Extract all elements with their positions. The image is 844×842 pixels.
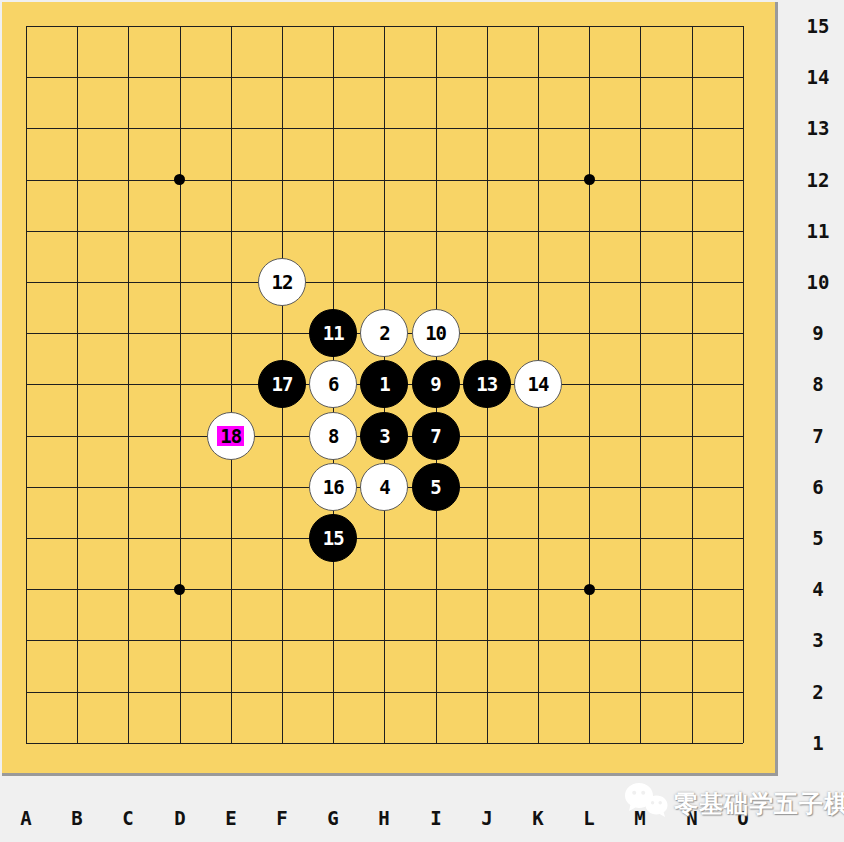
star-point-L4 <box>584 584 595 595</box>
grid-line-vertical <box>640 26 641 743</box>
stone-white-6-G8: 6 <box>309 360 357 408</box>
stone-black-5-I6: 5 <box>412 463 460 511</box>
move-number: 6 <box>328 373 338 395</box>
grid-line-vertical <box>692 26 693 743</box>
column-label-H: H <box>358 806 410 830</box>
column-label-D: D <box>154 806 206 830</box>
column-label-N: N <box>666 806 718 830</box>
move-number: 17 <box>272 373 293 395</box>
row-label-5: 5 <box>792 526 844 550</box>
row-label-2: 2 <box>792 680 844 704</box>
move-number: 1 <box>379 373 389 395</box>
column-label-K: K <box>512 806 564 830</box>
grid-line-horizontal <box>26 640 743 641</box>
row-label-15: 15 <box>792 14 844 38</box>
stone-white-8-G7: 8 <box>309 412 357 460</box>
move-number: 11 <box>323 322 344 344</box>
move-number: 7 <box>430 425 440 447</box>
star-point-D4 <box>174 584 185 595</box>
move-number: 4 <box>379 476 389 498</box>
grid-line-vertical <box>743 26 744 743</box>
column-label-E: E <box>205 806 257 830</box>
grid-line-horizontal <box>26 692 743 693</box>
stone-black-13-J8: 13 <box>463 360 511 408</box>
stone-black-11-G9: 11 <box>309 309 357 357</box>
column-label-A: A <box>0 806 52 830</box>
row-label-7: 7 <box>792 424 844 448</box>
row-label-13: 13 <box>792 116 844 140</box>
grid-line-vertical <box>589 26 590 743</box>
column-label-B: B <box>51 806 103 830</box>
column-label-J: J <box>461 806 513 830</box>
stone-black-1-H8: 1 <box>360 360 408 408</box>
row-label-11: 11 <box>792 219 844 243</box>
column-label-I: I <box>410 806 462 830</box>
move-number-highlighted: 18 <box>217 426 244 446</box>
move-number: 3 <box>379 425 389 447</box>
gomoku-diagram: 123456789101112131415161718 151413121110… <box>0 0 844 842</box>
row-label-12: 12 <box>792 168 844 192</box>
move-number: 16 <box>323 476 344 498</box>
move-number: 13 <box>476 373 497 395</box>
gomoku-board[interactable]: 123456789101112131415161718 <box>2 2 778 776</box>
row-label-14: 14 <box>792 65 844 89</box>
stone-black-15-G5: 15 <box>309 514 357 562</box>
grid-line-horizontal <box>26 538 743 539</box>
row-label-6: 6 <box>792 475 844 499</box>
move-number: 12 <box>272 271 293 293</box>
move-number: 15 <box>323 527 344 549</box>
stone-white-12-F10: 12 <box>258 258 306 306</box>
stone-white-2-H9: 2 <box>360 309 408 357</box>
stone-white-16-G6: 16 <box>309 463 357 511</box>
stone-white-10-I9: 10 <box>412 309 460 357</box>
row-label-10: 10 <box>792 270 844 294</box>
column-label-O: O <box>717 806 769 830</box>
stone-black-3-H7: 3 <box>360 412 408 460</box>
grid-line-horizontal <box>26 743 743 744</box>
row-label-8: 8 <box>792 372 844 396</box>
move-number: 14 <box>528 373 549 395</box>
star-point-L12 <box>584 174 595 185</box>
row-label-1: 1 <box>792 731 844 755</box>
row-label-3: 3 <box>792 628 844 652</box>
row-label-4: 4 <box>792 577 844 601</box>
grid-line-horizontal <box>26 589 743 590</box>
stone-black-7-I7: 7 <box>412 412 460 460</box>
column-label-G: G <box>307 806 359 830</box>
stone-white-18-E7: 18 <box>207 412 255 460</box>
column-label-L: L <box>563 806 615 830</box>
stone-white-4-H6: 4 <box>360 463 408 511</box>
move-number: 10 <box>425 322 446 344</box>
move-number: 2 <box>379 322 389 344</box>
star-point-D12 <box>174 174 185 185</box>
stone-black-17-F8: 17 <box>258 360 306 408</box>
move-number: 5 <box>430 476 440 498</box>
stone-white-14-K8: 14 <box>514 360 562 408</box>
stone-black-9-I8: 9 <box>412 360 460 408</box>
move-number: 8 <box>328 425 338 447</box>
column-label-F: F <box>256 806 308 830</box>
row-label-9: 9 <box>792 321 844 345</box>
column-label-M: M <box>614 806 666 830</box>
move-number: 9 <box>430 373 440 395</box>
column-label-C: C <box>102 806 154 830</box>
